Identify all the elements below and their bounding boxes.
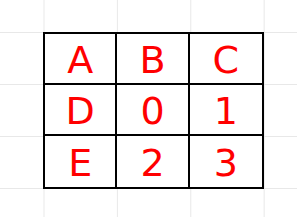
- cell-r2c1[interactable]: D: [45, 85, 117, 136]
- cell-r2c3[interactable]: 1: [190, 85, 262, 136]
- cell-r1c3[interactable]: C: [190, 34, 262, 85]
- cell-r3c1[interactable]: E: [45, 136, 117, 187]
- cell-r3c2[interactable]: 2: [117, 136, 189, 187]
- cell-r1c1[interactable]: A: [45, 34, 117, 85]
- cell-r1c2[interactable]: B: [117, 34, 189, 85]
- spreadsheet-canvas: A B C D 0 1 E 2 3: [0, 0, 297, 217]
- table-grid: A B C D 0 1 E 2 3: [43, 32, 264, 189]
- cell-r3c3[interactable]: 3: [190, 136, 262, 187]
- cell-r2c2[interactable]: 0: [117, 85, 189, 136]
